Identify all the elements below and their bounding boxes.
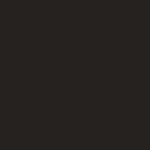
rank-labels-left: [0, 7, 7, 143]
file-labels-bottom: [7, 143, 143, 150]
chessboard-frame: [0, 0, 150, 150]
rank-labels-right: [143, 7, 150, 143]
chessboard: [7, 7, 143, 143]
file-labels-top: [7, 0, 143, 7]
